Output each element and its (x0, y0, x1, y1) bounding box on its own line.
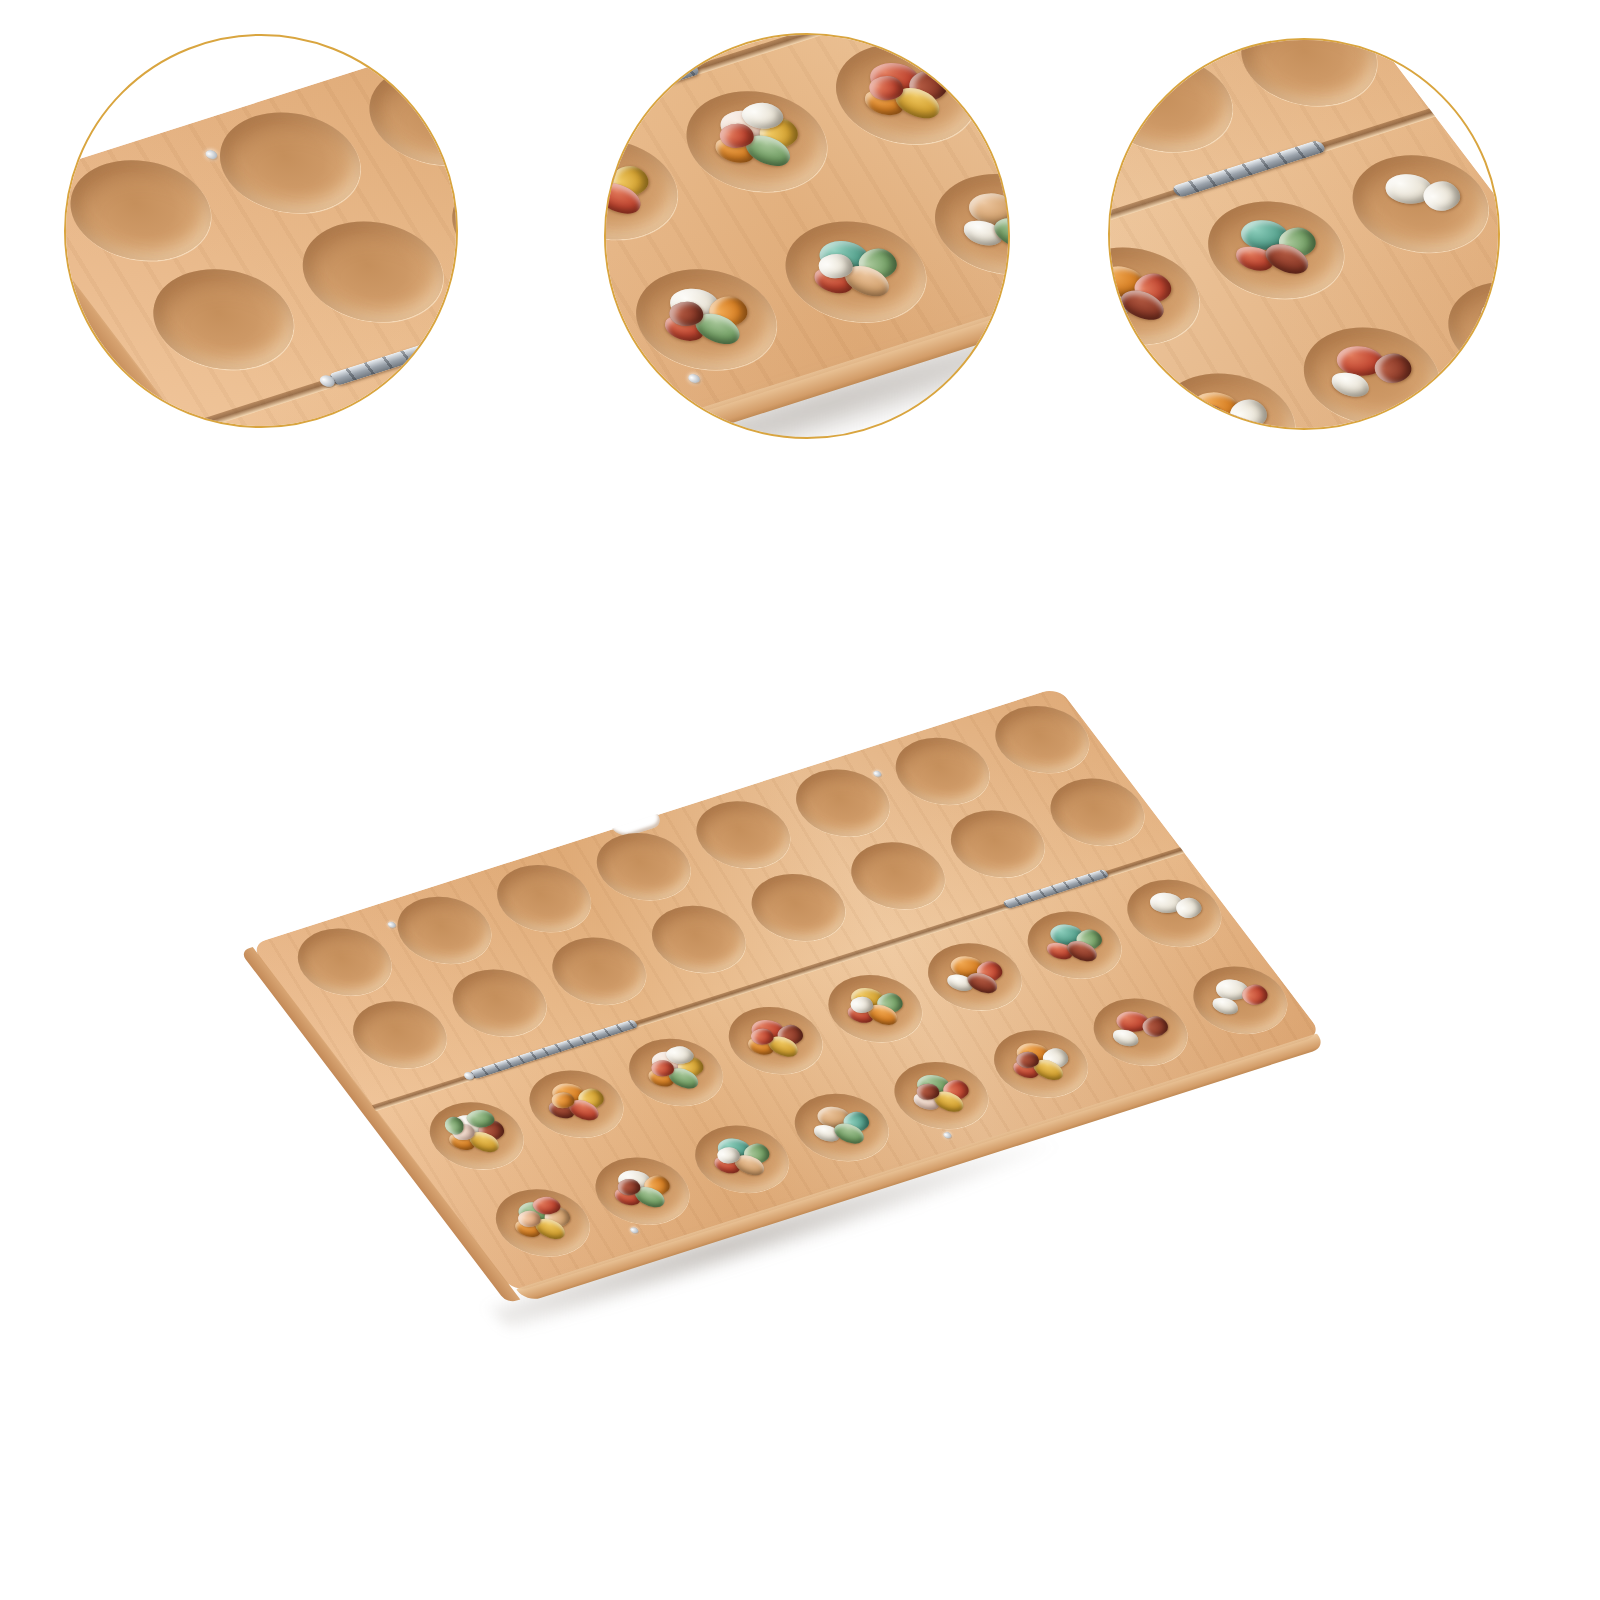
mancala-board (250, 687, 1322, 1293)
wood-grain-overlay (250, 687, 1322, 1293)
main-board-scene (0, 0, 1600, 1600)
product-photo (0, 0, 1600, 1600)
